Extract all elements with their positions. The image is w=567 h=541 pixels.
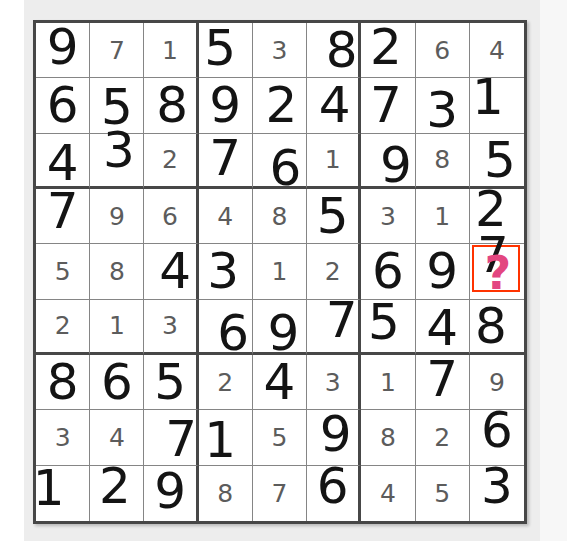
- cell-r6c2[interactable]: 1: [90, 300, 144, 355]
- digit: 1: [33, 463, 65, 513]
- cell-r6c7[interactable]: 5: [361, 300, 415, 355]
- digit: 9: [209, 80, 241, 130]
- digit: 4: [47, 138, 79, 188]
- cell-r5c8[interactable]: 9: [416, 244, 470, 299]
- cell-r7c8[interactable]: 7: [416, 355, 470, 410]
- digit: 6: [481, 405, 513, 455]
- digit: 4: [217, 204, 233, 229]
- digit: 9: [320, 409, 352, 459]
- digit: 8: [47, 357, 79, 407]
- cell-r2c9[interactable]: 1: [470, 78, 524, 133]
- cell-r5c1[interactable]: 5: [36, 244, 90, 299]
- cell-r4c7[interactable]: 3: [361, 189, 415, 244]
- digit: 2: [266, 80, 298, 130]
- cell-r2c1[interactable]: 6: [36, 78, 90, 133]
- cell-r5c2[interactable]: 8: [90, 244, 144, 299]
- digit: 9: [380, 140, 412, 190]
- cell-r6c4[interactable]: 6: [199, 300, 253, 355]
- cell-r8c4[interactable]: 1: [199, 410, 253, 465]
- digit: 6: [47, 80, 79, 130]
- cell-r9c6[interactable]: 6: [307, 466, 361, 521]
- cell-r6c9[interactable]: 8: [470, 300, 524, 355]
- digit: 3: [55, 425, 71, 450]
- cell-r3c8[interactable]: 8: [416, 134, 470, 189]
- cell-r1c2[interactable]: 7: [90, 23, 144, 78]
- cell-r8c3[interactable]: 7: [144, 410, 198, 465]
- digit: 9: [268, 308, 300, 358]
- cell-r9c1[interactable]: 1: [36, 466, 90, 521]
- cell-r3c4[interactable]: 7: [199, 134, 253, 189]
- cell-r7c5[interactable]: 4: [253, 355, 307, 410]
- digit: 3: [103, 125, 135, 175]
- left-margin: [0, 0, 24, 541]
- digit: 2: [55, 313, 71, 338]
- cell-r5c7[interactable]: 6: [361, 244, 415, 299]
- cell-r3c7[interactable]: 9: [361, 134, 415, 189]
- cell-r2c4[interactable]: 9: [199, 78, 253, 133]
- digit: 8: [380, 425, 396, 450]
- digit: 7: [426, 354, 458, 404]
- digit: 3: [325, 370, 341, 395]
- digit: 1: [434, 204, 450, 229]
- digit: 8: [109, 259, 125, 284]
- cell-r9c4[interactable]: 8: [199, 466, 253, 521]
- cell-r5c3[interactable]: 4: [144, 244, 198, 299]
- sudoku-board: 9715382646589247314327619857964853125843…: [33, 20, 527, 524]
- digit: 8: [156, 80, 188, 130]
- cell-r8c5[interactable]: 5: [253, 410, 307, 465]
- digit: 4: [319, 80, 351, 130]
- digit: 5: [55, 259, 71, 284]
- cell-r9c9[interactable]: 3: [470, 466, 524, 521]
- digit: 4: [159, 246, 191, 296]
- digit: 3: [380, 204, 396, 229]
- digit: 2: [99, 461, 131, 511]
- digit: 3: [207, 246, 239, 296]
- cell-r5c5[interactable]: 1: [253, 244, 307, 299]
- digit: 1: [109, 313, 125, 338]
- digit: 8: [272, 204, 288, 229]
- digit: 3: [481, 461, 513, 511]
- cell-r9c7[interactable]: 4: [361, 466, 415, 521]
- cell-r2c6[interactable]: 4: [307, 78, 361, 133]
- digit: 6: [217, 308, 249, 358]
- cell-r1c1[interactable]: 9: [36, 23, 90, 78]
- digit: 6: [270, 143, 302, 193]
- cell-r5c4[interactable]: 3: [199, 244, 253, 299]
- cell-r7c4[interactable]: 2: [199, 355, 253, 410]
- digit: 8: [475, 301, 507, 351]
- cell-r4c3[interactable]: 6: [144, 189, 198, 244]
- cell-r1c4[interactable]: 5: [199, 23, 253, 78]
- digit: 5: [272, 425, 288, 450]
- digit: 7: [370, 80, 402, 130]
- cell-r8c1[interactable]: 3: [36, 410, 90, 465]
- digit: 4: [489, 38, 505, 63]
- cell-r1c8[interactable]: 6: [416, 23, 470, 78]
- cell-r4c5[interactable]: 8: [253, 189, 307, 244]
- digit: 6: [101, 357, 133, 407]
- digit: 7: [272, 481, 288, 506]
- digit: 5: [204, 23, 236, 73]
- digit: 1: [162, 38, 178, 63]
- cell-r3c3[interactable]: 2: [144, 134, 198, 189]
- digit: 9: [109, 204, 125, 229]
- cell-r9c8[interactable]: 5: [416, 466, 470, 521]
- digit: 6: [372, 246, 404, 296]
- digit: 4: [380, 481, 396, 506]
- digit: 8: [434, 147, 450, 172]
- cell-r1c3[interactable]: 1: [144, 23, 198, 78]
- cell-r7c6[interactable]: 3: [307, 355, 361, 410]
- digit: 9: [154, 466, 186, 516]
- digit: 4: [109, 425, 125, 450]
- digit: 8: [326, 25, 358, 75]
- cell-r7c7[interactable]: 1: [361, 355, 415, 410]
- cell-r7c3[interactable]: 5: [144, 355, 198, 410]
- cell-r4c1[interactable]: 7: [36, 189, 90, 244]
- cell-r2c3[interactable]: 8: [144, 78, 198, 133]
- digit: 7: [326, 295, 358, 345]
- cell-r2c8[interactable]: 3: [416, 78, 470, 133]
- cell-r3c5[interactable]: 6: [253, 134, 307, 189]
- cell-r4c2[interactable]: 9: [90, 189, 144, 244]
- cell-r9c2[interactable]: 2: [90, 466, 144, 521]
- digit: 1: [272, 259, 288, 284]
- digit: 8: [217, 481, 233, 506]
- digit: 6: [317, 461, 349, 511]
- cell-r3c6[interactable]: 1: [307, 134, 361, 189]
- cell-r1c6[interactable]: 8: [307, 23, 361, 78]
- digit: 2: [162, 147, 178, 172]
- digit: 2: [325, 259, 341, 284]
- cell-r6c1[interactable]: 2: [36, 300, 90, 355]
- cell-r9c3[interactable]: 9: [144, 466, 198, 521]
- digit: 5: [484, 135, 516, 185]
- digit: 1: [325, 147, 341, 172]
- digit: 1: [472, 72, 504, 122]
- digit: 4: [264, 357, 296, 407]
- cell-r1c5[interactable]: 3: [253, 23, 307, 78]
- cell-r4c8[interactable]: 1: [416, 189, 470, 244]
- digit: 1: [380, 370, 396, 395]
- digit: 9: [489, 370, 505, 395]
- digit: 4: [426, 303, 458, 353]
- cell-r6c8[interactable]: 4: [416, 300, 470, 355]
- digit: 5: [434, 481, 450, 506]
- digit: 7: [109, 38, 125, 63]
- cell-r2c5[interactable]: 2: [253, 78, 307, 133]
- digit: 7: [165, 414, 197, 464]
- cell-r7c2[interactable]: 6: [90, 355, 144, 410]
- cell-r9c5[interactable]: 7: [253, 466, 307, 521]
- cell-r2c7[interactable]: 7: [361, 78, 415, 133]
- digit: 2: [370, 22, 402, 72]
- digit: 3: [426, 85, 458, 135]
- cell-r4c4[interactable]: 4: [199, 189, 253, 244]
- digit: 9: [47, 22, 79, 72]
- digit: 7: [209, 133, 241, 183]
- cell-r1c7[interactable]: 2: [361, 23, 415, 78]
- cell-r6c3[interactable]: 3: [144, 300, 198, 355]
- digit: 5: [368, 297, 400, 347]
- digit: 5: [317, 191, 349, 241]
- digit: 1: [204, 415, 236, 465]
- digit: 6: [162, 204, 178, 229]
- cell-r4c6[interactable]: 5: [307, 189, 361, 244]
- cell-r7c1[interactable]: 8: [36, 355, 90, 410]
- digit: 6: [434, 38, 450, 63]
- digit: 2: [434, 425, 450, 450]
- cell-r8c8[interactable]: 2: [416, 410, 470, 465]
- digit: 5: [154, 357, 186, 407]
- cell-r3c1[interactable]: 4: [36, 134, 90, 189]
- digit: 9: [426, 246, 458, 296]
- cell-r3c2[interactable]: 3: [90, 134, 144, 189]
- cell-r6c6[interactable]: 7: [307, 300, 361, 355]
- digit: 3: [272, 38, 288, 63]
- digit: 3: [162, 313, 178, 338]
- cell-r5c9[interactable]: 7?: [470, 244, 524, 299]
- cell-r8c7[interactable]: 8: [361, 410, 415, 465]
- digit: 7: [47, 186, 79, 236]
- cell-r6c5[interactable]: 9: [253, 300, 307, 355]
- digit: 2: [217, 370, 233, 395]
- question-mark: ?: [485, 250, 512, 296]
